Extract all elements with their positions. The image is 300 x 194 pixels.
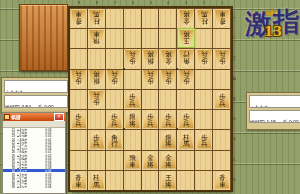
file-label-1: 1 xyxy=(217,1,228,5)
white-piece-銀将-84[interactable]: 銀将 xyxy=(89,70,104,87)
rank-label-4: 四 xyxy=(232,76,237,81)
rank-label-8: 八 xyxy=(232,157,237,162)
white-piece-金将-43[interactable]: 金将 xyxy=(161,50,176,67)
rank-label-5: 五 xyxy=(232,97,237,102)
black-player-panel: ▲あなた 総時間1:15一手0:00 xyxy=(246,92,300,130)
white-piece-歩兵-34[interactable]: 歩兵 xyxy=(179,70,194,87)
black-piece-香車-19[interactable]: 香車 xyxy=(215,172,230,189)
shogi-board[interactable]: 香車桂馬金将桂馬香車飛車玉将歩兵銀将金将角行歩兵歩兵歩兵銀将歩兵歩兵歩兵歩兵歩兵… xyxy=(70,8,231,190)
rank-label-2: 二 xyxy=(232,36,237,41)
black-time-display: 総時間1:15一手0:00 xyxy=(249,110,300,123)
black-piece-香車-99[interactable]: 香車 xyxy=(71,172,86,189)
version-badge: 13 xyxy=(264,24,282,39)
hoshi-point xyxy=(123,68,125,70)
black-piece-歩兵-27[interactable]: 歩兵 xyxy=(197,131,212,148)
black-piece-歩兵-87[interactable]: 歩兵 xyxy=(89,131,104,148)
rank-label-9: 九 xyxy=(232,178,237,183)
kifu-window-title: 棋譜 xyxy=(11,114,45,120)
white-captured-piece-tray[interactable] xyxy=(19,4,68,71)
black-piece-歩兵-65[interactable]: 歩兵 xyxy=(125,91,140,108)
file-label-3: 3 xyxy=(181,1,192,5)
black-piece-歩兵-36[interactable]: 歩兵 xyxy=(179,111,194,128)
kifu-row[interactable]: 39▲4九玉0:06 xyxy=(3,185,65,188)
rank-label-1: 一 xyxy=(232,16,237,21)
white-piece-歩兵-94[interactable]: 歩兵 xyxy=(71,70,86,87)
gekisashi-app-window: △あなた 総時間0:54一手0:00 棋譜 × 手数指し手時間 21▲4六歩0:… xyxy=(0,0,300,194)
black-piece-歩兵-76[interactable]: 歩兵 xyxy=(107,111,122,128)
file-label-5: 5 xyxy=(145,1,156,5)
file-label-8: 8 xyxy=(91,1,102,5)
white-piece-歩兵-63[interactable]: 歩兵 xyxy=(125,50,140,67)
kifu-close-button[interactable]: × xyxy=(54,113,64,121)
file-label-6: 6 xyxy=(127,1,138,5)
black-piece-歩兵-96[interactable]: 歩兵 xyxy=(71,111,86,128)
white-time-display: 総時間0:54一手0:00 xyxy=(4,95,68,108)
black-piece-金将-58[interactable]: 金将 xyxy=(143,151,158,168)
black-piece-飛車-68[interactable]: 飛車 xyxy=(125,151,140,168)
white-piece-香車-11[interactable]: 香車 xyxy=(215,10,230,27)
white-piece-歩兵-23[interactable]: 歩兵 xyxy=(197,50,212,67)
white-piece-飛車-82[interactable]: 飛車 xyxy=(89,30,104,47)
black-piece-桂馬-37[interactable]: 桂馬 xyxy=(179,131,194,148)
black-piece-王将-49[interactable]: 王将 xyxy=(161,172,176,189)
file-label-2: 2 xyxy=(199,1,210,5)
black-piece-歩兵-46[interactable]: 歩兵 xyxy=(161,111,176,128)
gekisashi-logo: 激 指 13 xyxy=(245,0,300,58)
white-piece-桂馬-21[interactable]: 桂馬 xyxy=(197,10,212,27)
white-piece-銀将-53[interactable]: 銀将 xyxy=(143,50,158,67)
white-piece-角行-33[interactable]: 角行 xyxy=(179,50,194,67)
white-player-name: △あなた xyxy=(4,80,68,93)
black-piece-角行-77[interactable]: 角行 xyxy=(107,131,122,148)
rank-label-6: 六 xyxy=(232,117,237,122)
white-piece-歩兵-54[interactable]: 歩兵 xyxy=(143,70,158,87)
file-label-9: 9 xyxy=(73,1,84,5)
kifu-window: 棋譜 × 手数指し手時間 21▲4六歩0:0322△7四歩0:0223▲6六銀0… xyxy=(2,112,66,194)
white-piece-歩兵-44[interactable]: 歩兵 xyxy=(161,70,176,87)
white-player-panel: △あなた 総時間0:54一手0:00 xyxy=(1,77,71,113)
black-piece-桂馬-89[interactable]: 桂馬 xyxy=(89,172,104,189)
kifu-window-icon xyxy=(4,114,10,120)
white-piece-桂馬-81[interactable]: 桂馬 xyxy=(89,10,104,27)
white-piece-歩兵-74[interactable]: 歩兵 xyxy=(107,70,122,87)
black-piece-歩兵-15[interactable]: 歩兵 xyxy=(215,91,230,108)
hoshi-point xyxy=(123,128,125,130)
white-piece-香車-91[interactable]: 香車 xyxy=(71,10,86,27)
file-label-4: 4 xyxy=(163,1,174,5)
white-piece-歩兵-85[interactable]: 歩兵 xyxy=(89,91,104,108)
white-piece-金将-31[interactable]: 金将 xyxy=(179,10,194,27)
black-piece-銀将-47[interactable]: 銀将 xyxy=(161,131,176,148)
hoshi-point xyxy=(176,68,178,70)
kifu-move-list[interactable]: 21▲4六歩0:0322△7四歩0:0223▲6六銀0:0524△4四歩0:01… xyxy=(3,128,65,192)
black-piece-銀将-66[interactable]: 銀将 xyxy=(125,111,140,128)
black-piece-歩兵-56[interactable]: 歩兵 xyxy=(143,111,158,128)
black-player-name: ▲あなた xyxy=(249,95,300,108)
rank-label-7: 七 xyxy=(232,137,237,142)
black-piece-金将-48[interactable]: 金将 xyxy=(161,151,176,168)
rank-label-3: 三 xyxy=(232,56,237,61)
hoshi-point xyxy=(176,128,178,130)
white-piece-歩兵-13[interactable]: 歩兵 xyxy=(215,50,230,67)
file-label-7: 7 xyxy=(109,1,120,5)
kifu-header-row: 手数指し手時間 xyxy=(3,121,65,128)
kifu-window-titlebar[interactable]: 棋譜 × xyxy=(3,113,65,121)
